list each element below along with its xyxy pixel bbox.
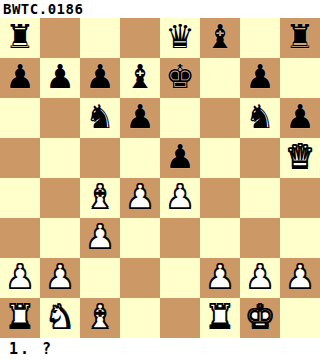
board-square-a3[interactable] [0, 218, 40, 258]
board-square-h8[interactable]: ♜ [280, 18, 320, 58]
white-knight-piece[interactable]: ♞ [45, 297, 75, 337]
white-queen-piece[interactable]: ♛ [285, 137, 315, 177]
board-square-c1[interactable]: ♝ [80, 298, 120, 338]
white-king-piece[interactable]: ♚ [245, 297, 275, 337]
board-square-h6[interactable]: ♟ [280, 98, 320, 138]
header-bar: BWTC.0186 [0, 0, 320, 18]
board-square-c4[interactable]: ♝ [80, 178, 120, 218]
board-square-a5[interactable] [0, 138, 40, 178]
board-square-b7[interactable]: ♟ [40, 58, 80, 98]
board-square-a4[interactable] [0, 178, 40, 218]
board-square-g4[interactable] [240, 178, 280, 218]
board-square-d1[interactable] [120, 298, 160, 338]
white-pawn-piece[interactable]: ♟ [45, 257, 75, 297]
black-pawn-piece[interactable]: ♟ [5, 57, 35, 97]
white-pawn-piece[interactable]: ♟ [125, 177, 155, 217]
board-square-h1[interactable] [280, 298, 320, 338]
black-king-piece[interactable]: ♚ [165, 57, 195, 97]
black-pawn-piece[interactable]: ♟ [285, 97, 315, 137]
white-pawn-piece[interactable]: ♟ [165, 177, 195, 217]
board-square-d7[interactable]: ♝ [120, 58, 160, 98]
board-square-d4[interactable]: ♟ [120, 178, 160, 218]
board-square-d2[interactable] [120, 258, 160, 298]
white-pawn-piece[interactable]: ♟ [5, 257, 35, 297]
footer-bar: 1. ? [0, 338, 320, 360]
board-square-d8[interactable] [120, 18, 160, 58]
board-square-g7[interactable]: ♟ [240, 58, 280, 98]
chess-app-window: BWTC.0186 ♜♛♝♜♟♟♟♝♚♟♞♟♞♟♟♛♝♟♟♟♟♟♟♟♟♜♞♝♜♚… [0, 0, 320, 360]
board-square-c7[interactable]: ♟ [80, 58, 120, 98]
board-square-e3[interactable] [160, 218, 200, 258]
board-square-h7[interactable] [280, 58, 320, 98]
white-bishop-piece[interactable]: ♝ [85, 177, 115, 217]
board-square-b1[interactable]: ♞ [40, 298, 80, 338]
board-square-d5[interactable] [120, 138, 160, 178]
board-square-b6[interactable] [40, 98, 80, 138]
black-knight-piece[interactable]: ♞ [245, 97, 275, 137]
board-square-b3[interactable] [40, 218, 80, 258]
board-square-f7[interactable] [200, 58, 240, 98]
board-square-b8[interactable] [40, 18, 80, 58]
board-square-g1[interactable]: ♚ [240, 298, 280, 338]
board-square-f8[interactable]: ♝ [200, 18, 240, 58]
black-knight-piece[interactable]: ♞ [85, 97, 115, 137]
black-rook-piece[interactable]: ♜ [5, 17, 35, 57]
white-pawn-piece[interactable]: ♟ [205, 257, 235, 297]
board-square-c8[interactable] [80, 18, 120, 58]
board-square-f2[interactable]: ♟ [200, 258, 240, 298]
board-square-f3[interactable] [200, 218, 240, 258]
black-pawn-piece[interactable]: ♟ [85, 57, 115, 97]
white-rook-piece[interactable]: ♜ [5, 297, 35, 337]
puzzle-id-title: BWTC.0186 [0, 0, 83, 18]
board-square-b5[interactable] [40, 138, 80, 178]
board-square-f5[interactable] [200, 138, 240, 178]
board-square-e1[interactable] [160, 298, 200, 338]
board-square-c3[interactable]: ♟ [80, 218, 120, 258]
board-square-f1[interactable]: ♜ [200, 298, 240, 338]
black-pawn-piece[interactable]: ♟ [165, 137, 195, 177]
board-square-c5[interactable] [80, 138, 120, 178]
white-pawn-piece[interactable]: ♟ [245, 257, 275, 297]
board-square-f4[interactable] [200, 178, 240, 218]
board-square-b4[interactable] [40, 178, 80, 218]
board-square-c2[interactable] [80, 258, 120, 298]
black-rook-piece[interactable]: ♜ [285, 17, 315, 57]
black-queen-piece[interactable]: ♛ [165, 17, 195, 57]
board-square-c6[interactable]: ♞ [80, 98, 120, 138]
board-square-e6[interactable] [160, 98, 200, 138]
black-bishop-piece[interactable]: ♝ [205, 17, 235, 57]
move-prompt: 1. ? [0, 338, 53, 360]
board-square-b2[interactable]: ♟ [40, 258, 80, 298]
board-square-d6[interactable]: ♟ [120, 98, 160, 138]
board-square-a7[interactable]: ♟ [0, 58, 40, 98]
board-square-d3[interactable] [120, 218, 160, 258]
board-square-a6[interactable] [0, 98, 40, 138]
white-bishop-piece[interactable]: ♝ [85, 297, 115, 337]
black-bishop-piece[interactable]: ♝ [125, 57, 155, 97]
black-pawn-piece[interactable]: ♟ [245, 57, 275, 97]
board-square-g6[interactable]: ♞ [240, 98, 280, 138]
black-pawn-piece[interactable]: ♟ [45, 57, 75, 97]
board-square-h4[interactable] [280, 178, 320, 218]
board-square-a8[interactable]: ♜ [0, 18, 40, 58]
board-square-g5[interactable] [240, 138, 280, 178]
chess-board: ♜♛♝♜♟♟♟♝♚♟♞♟♞♟♟♛♝♟♟♟♟♟♟♟♟♜♞♝♜♚ [0, 18, 320, 338]
board-square-e4[interactable]: ♟ [160, 178, 200, 218]
board-square-h5[interactable]: ♛ [280, 138, 320, 178]
board-square-f6[interactable] [200, 98, 240, 138]
board-square-e7[interactable]: ♚ [160, 58, 200, 98]
white-pawn-piece[interactable]: ♟ [285, 257, 315, 297]
board-square-a1[interactable]: ♜ [0, 298, 40, 338]
board-square-h3[interactable] [280, 218, 320, 258]
white-pawn-piece[interactable]: ♟ [85, 217, 115, 257]
board-square-g8[interactable] [240, 18, 280, 58]
white-rook-piece[interactable]: ♜ [205, 297, 235, 337]
board-square-a2[interactable]: ♟ [0, 258, 40, 298]
board-square-h2[interactable]: ♟ [280, 258, 320, 298]
board-square-e2[interactable] [160, 258, 200, 298]
board-square-e5[interactable]: ♟ [160, 138, 200, 178]
board-square-e8[interactable]: ♛ [160, 18, 200, 58]
black-pawn-piece[interactable]: ♟ [125, 97, 155, 137]
board-square-g3[interactable] [240, 218, 280, 258]
board-square-g2[interactable]: ♟ [240, 258, 280, 298]
